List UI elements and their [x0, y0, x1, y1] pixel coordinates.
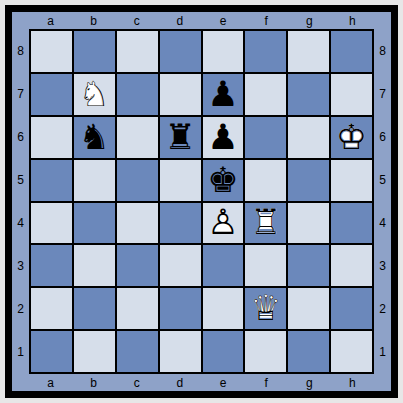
square-e6[interactable]: ♟	[203, 117, 244, 158]
square-e7[interactable]: ♟	[203, 74, 244, 115]
square-d6[interactable]: ♜	[160, 117, 201, 158]
square-f8[interactable]	[245, 31, 286, 72]
file-label-bottom-f: f	[245, 374, 288, 391]
square-c8[interactable]	[117, 31, 158, 72]
rank-label-left-3: 3	[12, 245, 29, 288]
square-d3[interactable]	[160, 245, 201, 286]
square-a6[interactable]	[31, 117, 72, 158]
black-knight-icon[interactable]: ♞	[74, 117, 115, 158]
piece-outline-layer: ♙	[203, 203, 244, 244]
square-b3[interactable]	[74, 245, 115, 286]
file-label-top-g: g	[288, 12, 331, 29]
square-g3[interactable]	[288, 245, 329, 286]
square-d7[interactable]	[160, 74, 201, 115]
square-a3[interactable]	[31, 245, 72, 286]
square-f2[interactable]: ♛♕	[245, 288, 286, 329]
square-b2[interactable]	[74, 288, 115, 329]
square-b4[interactable]	[74, 203, 115, 244]
piece-outline-layer: ♘	[74, 74, 115, 115]
rank-label-left-8: 8	[12, 29, 29, 72]
file-label-top-c: c	[115, 12, 158, 29]
black-rook-icon[interactable]: ♜	[160, 117, 201, 158]
square-f6[interactable]	[245, 117, 286, 158]
square-d1[interactable]	[160, 331, 201, 372]
piece-outline-layer: ♕	[245, 288, 286, 329]
file-label-bottom-g: g	[288, 374, 331, 391]
square-g5[interactable]	[288, 160, 329, 201]
square-h6[interactable]: ♚♔	[331, 117, 372, 158]
square-c4[interactable]	[117, 203, 158, 244]
square-g4[interactable]	[288, 203, 329, 244]
square-e5[interactable]: ♚	[203, 160, 244, 201]
square-b7[interactable]: ♞♘	[74, 74, 115, 115]
file-label-bottom-h: h	[331, 374, 374, 391]
rank-label-left-2: 2	[12, 288, 29, 331]
square-h8[interactable]	[331, 31, 372, 72]
square-a4[interactable]	[31, 203, 72, 244]
square-d5[interactable]	[160, 160, 201, 201]
square-a2[interactable]	[31, 288, 72, 329]
square-g6[interactable]	[288, 117, 329, 158]
rank-label-right-4: 4	[374, 202, 391, 245]
square-a8[interactable]	[31, 31, 72, 72]
square-b8[interactable]	[74, 31, 115, 72]
square-e3[interactable]	[203, 245, 244, 286]
square-f1[interactable]	[245, 331, 286, 372]
rank-label-right-7: 7	[374, 72, 391, 115]
square-g8[interactable]	[288, 31, 329, 72]
file-label-bottom-b: b	[72, 374, 115, 391]
rank-label-right-1: 1	[374, 331, 391, 374]
square-h7[interactable]	[331, 74, 372, 115]
rank-label-right-2: 2	[374, 288, 391, 331]
file-label-bottom-e: e	[202, 374, 245, 391]
square-c7[interactable]	[117, 74, 158, 115]
square-b1[interactable]	[74, 331, 115, 372]
square-e1[interactable]	[203, 331, 244, 372]
square-f7[interactable]	[245, 74, 286, 115]
board: ♞♘♟♞♜♟♚♔♚♟♙♜♖♛♕	[29, 29, 374, 374]
black-king-icon[interactable]: ♚	[203, 160, 244, 201]
file-label-bottom-c: c	[115, 374, 158, 391]
square-c3[interactable]	[117, 245, 158, 286]
square-a7[interactable]	[31, 74, 72, 115]
square-d4[interactable]	[160, 203, 201, 244]
square-h2[interactable]	[331, 288, 372, 329]
square-d2[interactable]	[160, 288, 201, 329]
white-queen-icon[interactable]: ♛♕	[245, 288, 286, 329]
rank-label-left-5: 5	[12, 158, 29, 201]
rank-label-right-3: 3	[374, 245, 391, 288]
square-f4[interactable]: ♜♖	[245, 203, 286, 244]
black-pawn-icon[interactable]: ♟	[203, 74, 244, 115]
file-label-top-e: e	[202, 12, 245, 29]
square-f5[interactable]	[245, 160, 286, 201]
white-knight-icon[interactable]: ♞♘	[74, 74, 115, 115]
square-c2[interactable]	[117, 288, 158, 329]
file-label-top-a: a	[29, 12, 72, 29]
square-g2[interactable]	[288, 288, 329, 329]
square-e4[interactable]: ♟♙	[203, 203, 244, 244]
chess-diagram: ♞♘♟♞♜♟♚♔♚♟♙♜♖♛♕ aabbccddeeffgghh88776655…	[0, 0, 403, 403]
white-rook-icon[interactable]: ♜♖	[245, 203, 286, 244]
square-a5[interactable]	[31, 160, 72, 201]
square-g7[interactable]	[288, 74, 329, 115]
file-label-bottom-a: a	[29, 374, 72, 391]
rank-label-left-4: 4	[12, 202, 29, 245]
rank-label-left-6: 6	[12, 115, 29, 158]
square-e2[interactable]	[203, 288, 244, 329]
square-h3[interactable]	[331, 245, 372, 286]
square-h5[interactable]	[331, 160, 372, 201]
file-label-top-b: b	[72, 12, 115, 29]
square-h4[interactable]	[331, 203, 372, 244]
square-a1[interactable]	[31, 331, 72, 372]
square-c1[interactable]	[117, 331, 158, 372]
file-label-top-d: d	[158, 12, 201, 29]
square-h1[interactable]	[331, 331, 372, 372]
file-label-top-f: f	[245, 12, 288, 29]
piece-outline-layer: ♔	[331, 117, 372, 158]
square-f3[interactable]	[245, 245, 286, 286]
rank-label-right-5: 5	[374, 158, 391, 201]
board-frame: ♞♘♟♞♜♟♚♔♚♟♙♜♖♛♕ aabbccddeeffgghh88776655…	[5, 5, 398, 398]
rank-label-right-6: 6	[374, 115, 391, 158]
square-d8[interactable]	[160, 31, 201, 72]
rank-label-left-7: 7	[12, 72, 29, 115]
square-e8[interactable]	[203, 31, 244, 72]
square-c6[interactable]	[117, 117, 158, 158]
rank-label-left-1: 1	[12, 331, 29, 374]
white-pawn-icon[interactable]: ♟♙	[203, 203, 244, 244]
black-pawn-icon[interactable]: ♟	[203, 117, 244, 158]
square-c5[interactable]	[117, 160, 158, 201]
square-g1[interactable]	[288, 331, 329, 372]
square-b5[interactable]	[74, 160, 115, 201]
file-label-bottom-d: d	[158, 374, 201, 391]
white-king-icon[interactable]: ♚♔	[331, 117, 372, 158]
square-b6[interactable]: ♞	[74, 117, 115, 158]
file-label-top-h: h	[331, 12, 374, 29]
rank-label-right-8: 8	[374, 29, 391, 72]
piece-outline-layer: ♖	[245, 203, 286, 244]
